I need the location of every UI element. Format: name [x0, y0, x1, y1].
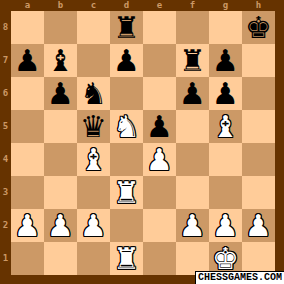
- square-c7: [77, 44, 110, 77]
- square-h5: [242, 110, 275, 143]
- square-g6: ♟: [209, 77, 242, 110]
- square-c2: ♟: [77, 209, 110, 242]
- square-f6: ♟: [176, 77, 209, 110]
- rank-labels: 87654321: [0, 11, 11, 275]
- white-rook: ♜: [113, 242, 140, 275]
- square-a4: [11, 143, 44, 176]
- square-g5: ♝: [209, 110, 242, 143]
- square-e4: ♟: [143, 143, 176, 176]
- square-h7: [242, 44, 275, 77]
- rank-label-4: 4: [0, 143, 11, 176]
- white-rook: ♜: [113, 176, 140, 209]
- square-d3: ♜: [110, 176, 143, 209]
- square-h2: ♟: [242, 209, 275, 242]
- square-d6: [110, 77, 143, 110]
- square-a8: [11, 11, 44, 44]
- square-d7: ♟: [110, 44, 143, 77]
- rank-label-5: 5: [0, 110, 11, 143]
- black-king: ♚: [245, 11, 272, 44]
- rank-label-6: 6: [0, 77, 11, 110]
- white-knight: ♞: [113, 110, 140, 143]
- square-a1: [11, 242, 44, 275]
- file-label-e: e: [143, 0, 176, 11]
- square-b1: [44, 242, 77, 275]
- white-pawn: ♟: [80, 209, 107, 242]
- square-g8: [209, 11, 242, 44]
- square-a7: ♟: [11, 44, 44, 77]
- black-bishop: ♝: [47, 44, 74, 77]
- square-g3: [209, 176, 242, 209]
- square-e8: [143, 11, 176, 44]
- square-g4: [209, 143, 242, 176]
- chess-board-frame: abcdefgh 87654321 ♜♚♟♝♟♜♟♟♞♟♟♛♞♟♝♝♟♜♟♟♟♟…: [0, 0, 284, 284]
- black-rook: ♜: [113, 11, 140, 44]
- rank-label-3: 3: [0, 176, 11, 209]
- file-label-c: c: [77, 0, 110, 11]
- square-b7: ♝: [44, 44, 77, 77]
- square-a2: ♟: [11, 209, 44, 242]
- square-e6: [143, 77, 176, 110]
- square-c5: ♛: [77, 110, 110, 143]
- square-b2: ♟: [44, 209, 77, 242]
- square-d8: ♜: [110, 11, 143, 44]
- black-pawn: ♟: [179, 77, 206, 110]
- square-h4: [242, 143, 275, 176]
- square-a5: [11, 110, 44, 143]
- square-e1: [143, 242, 176, 275]
- file-label-g: g: [209, 0, 242, 11]
- black-pawn: ♟: [113, 44, 140, 77]
- square-h6: [242, 77, 275, 110]
- white-pawn: ♟: [179, 209, 206, 242]
- square-h3: [242, 176, 275, 209]
- square-f3: [176, 176, 209, 209]
- black-queen: ♛: [80, 110, 107, 143]
- black-knight: ♞: [80, 77, 107, 110]
- file-label-a: a: [11, 0, 44, 11]
- square-e7: [143, 44, 176, 77]
- square-g2: ♟: [209, 209, 242, 242]
- square-f5: [176, 110, 209, 143]
- square-f7: ♜: [176, 44, 209, 77]
- rank-label-1: 1: [0, 242, 11, 275]
- square-a3: [11, 176, 44, 209]
- square-b6: ♟: [44, 77, 77, 110]
- black-pawn: ♟: [212, 44, 239, 77]
- file-labels: abcdefgh: [11, 0, 275, 11]
- square-c6: ♞: [77, 77, 110, 110]
- square-h8: ♚: [242, 11, 275, 44]
- square-c1: [77, 242, 110, 275]
- rank-label-7: 7: [0, 44, 11, 77]
- file-label-b: b: [44, 0, 77, 11]
- square-a6: [11, 77, 44, 110]
- square-d4: [110, 143, 143, 176]
- black-pawn: ♟: [14, 44, 41, 77]
- square-e2: [143, 209, 176, 242]
- square-g7: ♟: [209, 44, 242, 77]
- square-b8: [44, 11, 77, 44]
- white-pawn: ♟: [245, 209, 272, 242]
- rank-label-8: 8: [0, 11, 11, 44]
- white-bishop: ♝: [212, 110, 239, 143]
- square-b3: [44, 176, 77, 209]
- black-pawn: ♟: [146, 110, 173, 143]
- chess-board: ♜♚♟♝♟♜♟♟♞♟♟♛♞♟♝♝♟♜♟♟♟♟♟♟♜♚: [11, 11, 275, 275]
- square-e3: [143, 176, 176, 209]
- square-f8: [176, 11, 209, 44]
- square-c4: ♝: [77, 143, 110, 176]
- black-rook: ♜: [179, 44, 206, 77]
- white-pawn: ♟: [14, 209, 41, 242]
- chessgames-watermark: CHESSGAMES.COM: [195, 271, 284, 284]
- white-pawn: ♟: [146, 143, 173, 176]
- white-pawn: ♟: [212, 209, 239, 242]
- white-pawn: ♟: [47, 209, 74, 242]
- square-d1: ♜: [110, 242, 143, 275]
- square-f4: [176, 143, 209, 176]
- square-b4: [44, 143, 77, 176]
- black-pawn: ♟: [212, 77, 239, 110]
- square-c3: [77, 176, 110, 209]
- square-b5: [44, 110, 77, 143]
- square-e5: ♟: [143, 110, 176, 143]
- white-bishop: ♝: [80, 143, 107, 176]
- file-label-f: f: [176, 0, 209, 11]
- square-f2: ♟: [176, 209, 209, 242]
- square-d2: [110, 209, 143, 242]
- square-d5: ♞: [110, 110, 143, 143]
- square-c8: [77, 11, 110, 44]
- black-pawn: ♟: [47, 77, 74, 110]
- rank-label-2: 2: [0, 209, 11, 242]
